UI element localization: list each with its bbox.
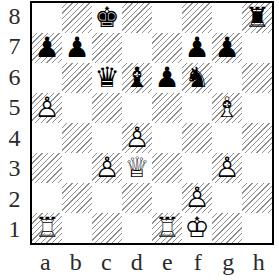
rank-label-1: 1 — [0, 215, 29, 246]
square-b5[interactable] — [62, 93, 92, 123]
white-pawn[interactable]: ♟♙ — [182, 183, 212, 213]
square-c6[interactable]: ♛ — [92, 63, 122, 93]
square-g1[interactable] — [212, 213, 242, 243]
square-c2[interactable] — [92, 183, 122, 213]
white-pawn-glyph: ♙ — [92, 153, 122, 183]
file-label-h: h — [244, 246, 275, 278]
square-c5[interactable] — [92, 93, 122, 123]
square-e8[interactable] — [152, 3, 182, 33]
file-label-g: g — [213, 246, 244, 278]
square-g8[interactable] — [212, 3, 242, 33]
square-h1[interactable] — [242, 213, 272, 243]
square-h4[interactable] — [242, 123, 272, 153]
square-e1[interactable]: ♜♖ — [152, 213, 182, 243]
square-c1[interactable] — [92, 213, 122, 243]
square-d5[interactable] — [122, 93, 152, 123]
white-pawn[interactable]: ♟♙ — [212, 153, 242, 183]
square-d3[interactable]: ♛♕ — [122, 153, 152, 183]
file-label-b: b — [61, 246, 92, 278]
square-h2[interactable] — [242, 183, 272, 213]
white-rook[interactable]: ♜♖ — [32, 213, 62, 243]
black-pawn[interactable]: ♟ — [62, 33, 92, 63]
black-king[interactable]: ♚ — [92, 3, 122, 33]
square-c7[interactable] — [92, 33, 122, 63]
square-a6[interactable] — [32, 63, 62, 93]
black-pawn[interactable]: ♟ — [182, 33, 212, 63]
square-b8[interactable] — [62, 3, 92, 33]
square-f3[interactable] — [182, 153, 212, 183]
square-d7[interactable] — [122, 33, 152, 63]
file-label-f: f — [183, 246, 214, 278]
square-g5[interactable]: ♝♗ — [212, 93, 242, 123]
square-g6[interactable] — [212, 63, 242, 93]
black-queen-glyph: ♛ — [92, 63, 122, 93]
black-pawn[interactable]: ♟ — [32, 33, 62, 63]
square-f7[interactable]: ♟ — [182, 33, 212, 63]
square-a7[interactable]: ♟ — [32, 33, 62, 63]
black-knight[interactable]: ♞ — [182, 63, 212, 93]
square-d2[interactable] — [122, 183, 152, 213]
square-h8[interactable]: ♜ — [242, 3, 272, 33]
square-e5[interactable] — [152, 93, 182, 123]
square-f4[interactable] — [182, 123, 212, 153]
white-bishop-glyph: ♗ — [212, 93, 242, 123]
square-g3[interactable]: ♟♙ — [212, 153, 242, 183]
square-c4[interactable] — [92, 123, 122, 153]
black-king-glyph: ♚ — [92, 3, 122, 33]
square-e2[interactable] — [152, 183, 182, 213]
black-knight-glyph: ♞ — [182, 63, 212, 93]
square-f6[interactable]: ♞ — [182, 63, 212, 93]
rank-label-3: 3 — [0, 154, 29, 185]
square-h5[interactable] — [242, 93, 272, 123]
black-pawn[interactable]: ♟ — [152, 63, 182, 93]
square-a5[interactable]: ♟♙ — [32, 93, 62, 123]
white-rook[interactable]: ♜♖ — [152, 213, 182, 243]
square-g2[interactable] — [212, 183, 242, 213]
white-rook-glyph: ♖ — [32, 213, 62, 243]
black-pawn-glyph: ♟ — [62, 33, 92, 63]
black-pawn-glyph: ♟ — [182, 33, 212, 63]
square-b1[interactable] — [62, 213, 92, 243]
square-g4[interactable] — [212, 123, 242, 153]
square-b3[interactable] — [62, 153, 92, 183]
file-labels: abcdefgh — [30, 246, 274, 278]
square-f1[interactable]: ♚♔ — [182, 213, 212, 243]
square-b7[interactable]: ♟ — [62, 33, 92, 63]
black-bishop[interactable]: ♝ — [122, 63, 152, 93]
black-pawn[interactable]: ♟ — [212, 33, 242, 63]
black-pawn-glyph: ♟ — [212, 33, 242, 63]
square-a8[interactable] — [32, 3, 62, 33]
square-d6[interactable]: ♝ — [122, 63, 152, 93]
white-pawn-glyph: ♙ — [212, 153, 242, 183]
square-h6[interactable] — [242, 63, 272, 93]
chess-diagram: 87654321 ♚♜♟♟♟♟♛♝♟♞♟♙♝♗♟♙♟♙♛♕♟♙♟♙♜♖♜♖♚♔ … — [0, 0, 279, 280]
rank-labels: 87654321 — [0, 1, 29, 245]
square-a4[interactable] — [32, 123, 62, 153]
white-king[interactable]: ♚♔ — [182, 213, 212, 243]
square-e4[interactable] — [152, 123, 182, 153]
square-a1[interactable]: ♜♖ — [32, 213, 62, 243]
square-b2[interactable] — [62, 183, 92, 213]
black-queen[interactable]: ♛ — [92, 63, 122, 93]
square-f5[interactable] — [182, 93, 212, 123]
white-pawn[interactable]: ♟♙ — [92, 153, 122, 183]
white-king-glyph: ♔ — [182, 213, 212, 243]
rank-label-8: 8 — [0, 1, 29, 32]
rank-label-6: 6 — [0, 62, 29, 93]
square-f2[interactable]: ♟♙ — [182, 183, 212, 213]
black-rook-glyph: ♜ — [242, 3, 272, 33]
white-bishop[interactable]: ♝♗ — [212, 93, 242, 123]
square-a2[interactable] — [32, 183, 62, 213]
white-pawn-glyph: ♙ — [122, 123, 152, 153]
rank-label-2: 2 — [0, 184, 29, 215]
white-pawn-glyph: ♙ — [32, 93, 62, 123]
black-pawn-glyph: ♟ — [32, 33, 62, 63]
white-pawn[interactable]: ♟♙ — [122, 123, 152, 153]
square-a3[interactable] — [32, 153, 62, 183]
square-c8[interactable]: ♚ — [92, 3, 122, 33]
file-label-d: d — [122, 246, 153, 278]
black-bishop-glyph: ♝ — [122, 63, 152, 93]
white-pawn[interactable]: ♟♙ — [32, 93, 62, 123]
square-e6[interactable]: ♟ — [152, 63, 182, 93]
white-pawn-glyph: ♙ — [182, 183, 212, 213]
black-pawn-glyph: ♟ — [152, 63, 182, 93]
white-rook-glyph: ♖ — [152, 213, 182, 243]
chess-board: ♚♜♟♟♟♟♛♝♟♞♟♙♝♗♟♙♟♙♛♕♟♙♟♙♜♖♜♖♚♔ — [30, 1, 274, 245]
file-label-e: e — [152, 246, 183, 278]
rank-label-7: 7 — [0, 32, 29, 63]
black-rook[interactable]: ♜ — [242, 3, 272, 33]
square-d8[interactable] — [122, 3, 152, 33]
square-c3[interactable]: ♟♙ — [92, 153, 122, 183]
square-f8[interactable] — [182, 3, 212, 33]
square-e3[interactable] — [152, 153, 182, 183]
square-e7[interactable] — [152, 33, 182, 63]
square-h3[interactable] — [242, 153, 272, 183]
white-queen-glyph: ♕ — [122, 153, 152, 183]
rank-label-4: 4 — [0, 123, 29, 154]
white-queen[interactable]: ♛♕ — [122, 153, 152, 183]
square-h7[interactable] — [242, 33, 272, 63]
square-d1[interactable] — [122, 213, 152, 243]
square-b6[interactable] — [62, 63, 92, 93]
file-label-c: c — [91, 246, 122, 278]
square-b4[interactable] — [62, 123, 92, 153]
rank-label-5: 5 — [0, 93, 29, 124]
file-label-a: a — [30, 246, 61, 278]
square-g7[interactable]: ♟ — [212, 33, 242, 63]
square-d4[interactable]: ♟♙ — [122, 123, 152, 153]
